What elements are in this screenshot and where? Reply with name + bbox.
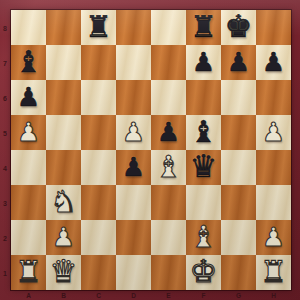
chess-board-frame: ♜♜♚♝♟♟♟♟♟♟♟♝♟♟♝♛♞♟♝♟♜♛♚♜ 87654321 ABCDEF… xyxy=(0,0,300,300)
rank-label-4: 4 xyxy=(3,164,7,171)
black-rook-f8[interactable]: ♜ xyxy=(190,12,217,42)
square-d7[interactable] xyxy=(116,45,151,80)
square-d2[interactable] xyxy=(116,220,151,255)
black-bishop-f5[interactable]: ♝ xyxy=(190,117,217,147)
white-king-f1[interactable]: ♚ xyxy=(190,256,218,287)
square-h3[interactable] xyxy=(256,185,291,220)
square-b4[interactable] xyxy=(46,150,81,185)
square-g1[interactable] xyxy=(221,255,256,290)
square-c6[interactable] xyxy=(81,80,116,115)
rank-label-5: 5 xyxy=(3,129,7,136)
white-rook-a1[interactable]: ♜ xyxy=(15,257,42,287)
square-b8[interactable] xyxy=(46,10,81,45)
square-a6[interactable]: ♟ xyxy=(11,80,46,115)
rank-label-7: 7 xyxy=(3,59,7,66)
square-b1[interactable]: ♛ xyxy=(46,255,81,290)
white-bishop-f2[interactable]: ♝ xyxy=(190,222,217,252)
square-c3[interactable] xyxy=(81,185,116,220)
square-g7[interactable]: ♟ xyxy=(221,45,256,80)
square-c7[interactable] xyxy=(81,45,116,80)
square-e6[interactable] xyxy=(151,80,186,115)
file-label-d: D xyxy=(131,292,136,299)
white-pawn-a5[interactable]: ♟ xyxy=(17,119,40,145)
square-d6[interactable] xyxy=(116,80,151,115)
square-f2[interactable]: ♝ xyxy=(186,220,221,255)
square-g3[interactable] xyxy=(221,185,256,220)
white-knight-b3[interactable]: ♞ xyxy=(50,187,77,217)
square-b7[interactable] xyxy=(46,45,81,80)
white-pawn-b2[interactable]: ♟ xyxy=(52,224,75,250)
rank-label-6: 6 xyxy=(3,94,7,101)
square-f8[interactable]: ♜ xyxy=(186,10,221,45)
square-e5[interactable]: ♟ xyxy=(151,115,186,150)
square-d5[interactable]: ♟ xyxy=(116,115,151,150)
square-g5[interactable] xyxy=(221,115,256,150)
square-b3[interactable]: ♞ xyxy=(46,185,81,220)
white-bishop-e4[interactable]: ♝ xyxy=(155,152,182,182)
file-label-b: B xyxy=(61,292,66,299)
black-pawn-a6[interactable]: ♟ xyxy=(17,84,40,110)
black-rook-c8[interactable]: ♜ xyxy=(85,12,112,42)
black-queen-f4[interactable]: ♛ xyxy=(190,151,218,182)
square-h2[interactable]: ♟ xyxy=(256,220,291,255)
square-f4[interactable]: ♛ xyxy=(186,150,221,185)
square-a8[interactable] xyxy=(11,10,46,45)
file-label-h: H xyxy=(271,292,276,299)
white-pawn-h5[interactable]: ♟ xyxy=(262,119,285,145)
square-f6[interactable] xyxy=(186,80,221,115)
square-f3[interactable] xyxy=(186,185,221,220)
square-a3[interactable] xyxy=(11,185,46,220)
square-a5[interactable]: ♟ xyxy=(11,115,46,150)
file-label-e: E xyxy=(166,292,170,299)
square-g8[interactable]: ♚ xyxy=(221,10,256,45)
white-pawn-h2[interactable]: ♟ xyxy=(262,224,285,250)
square-b2[interactable]: ♟ xyxy=(46,220,81,255)
square-e8[interactable] xyxy=(151,10,186,45)
black-king-g8[interactable]: ♚ xyxy=(225,11,253,42)
black-pawn-d4[interactable]: ♟ xyxy=(122,154,145,180)
square-a2[interactable] xyxy=(11,220,46,255)
square-h1[interactable]: ♜ xyxy=(256,255,291,290)
square-f5[interactable]: ♝ xyxy=(186,115,221,150)
square-e7[interactable] xyxy=(151,45,186,80)
square-c4[interactable] xyxy=(81,150,116,185)
black-pawn-g7[interactable]: ♟ xyxy=(227,49,250,75)
square-g6[interactable] xyxy=(221,80,256,115)
white-pawn-d5[interactable]: ♟ xyxy=(122,119,145,145)
square-a4[interactable] xyxy=(11,150,46,185)
square-e1[interactable] xyxy=(151,255,186,290)
file-label-a: A xyxy=(26,292,31,299)
square-g4[interactable] xyxy=(221,150,256,185)
black-pawn-e5[interactable]: ♟ xyxy=(157,119,180,145)
square-h8[interactable] xyxy=(256,10,291,45)
square-h6[interactable] xyxy=(256,80,291,115)
white-queen-b1[interactable]: ♛ xyxy=(50,256,78,287)
square-a7[interactable]: ♝ xyxy=(11,45,46,80)
square-c2[interactable] xyxy=(81,220,116,255)
square-d3[interactable] xyxy=(116,185,151,220)
square-f1[interactable]: ♚ xyxy=(186,255,221,290)
square-b5[interactable] xyxy=(46,115,81,150)
black-pawn-f7[interactable]: ♟ xyxy=(192,49,215,75)
chess-board: ♜♜♚♝♟♟♟♟♟♟♟♝♟♟♝♛♞♟♝♟♜♛♚♜ xyxy=(11,10,291,290)
square-f7[interactable]: ♟ xyxy=(186,45,221,80)
white-rook-h1[interactable]: ♜ xyxy=(260,257,287,287)
square-h4[interactable] xyxy=(256,150,291,185)
square-a1[interactable]: ♜ xyxy=(11,255,46,290)
rank-label-1: 1 xyxy=(3,269,7,276)
square-c1[interactable] xyxy=(81,255,116,290)
square-d4[interactable]: ♟ xyxy=(116,150,151,185)
rank-label-3: 3 xyxy=(3,199,7,206)
rank-label-8: 8 xyxy=(3,24,7,31)
square-h5[interactable]: ♟ xyxy=(256,115,291,150)
rank-label-2: 2 xyxy=(3,234,7,241)
file-label-c: C xyxy=(96,292,101,299)
square-d8[interactable] xyxy=(116,10,151,45)
square-b6[interactable] xyxy=(46,80,81,115)
square-c8[interactable]: ♜ xyxy=(81,10,116,45)
square-h7[interactable]: ♟ xyxy=(256,45,291,80)
square-e2[interactable] xyxy=(151,220,186,255)
square-d1[interactable] xyxy=(116,255,151,290)
file-label-f: F xyxy=(202,292,206,299)
black-bishop-a7[interactable]: ♝ xyxy=(15,47,42,77)
square-e3[interactable] xyxy=(151,185,186,220)
square-e4[interactable]: ♝ xyxy=(151,150,186,185)
black-pawn-h7[interactable]: ♟ xyxy=(262,49,285,75)
square-c5[interactable] xyxy=(81,115,116,150)
square-g2[interactable] xyxy=(221,220,256,255)
file-label-g: G xyxy=(236,292,241,299)
